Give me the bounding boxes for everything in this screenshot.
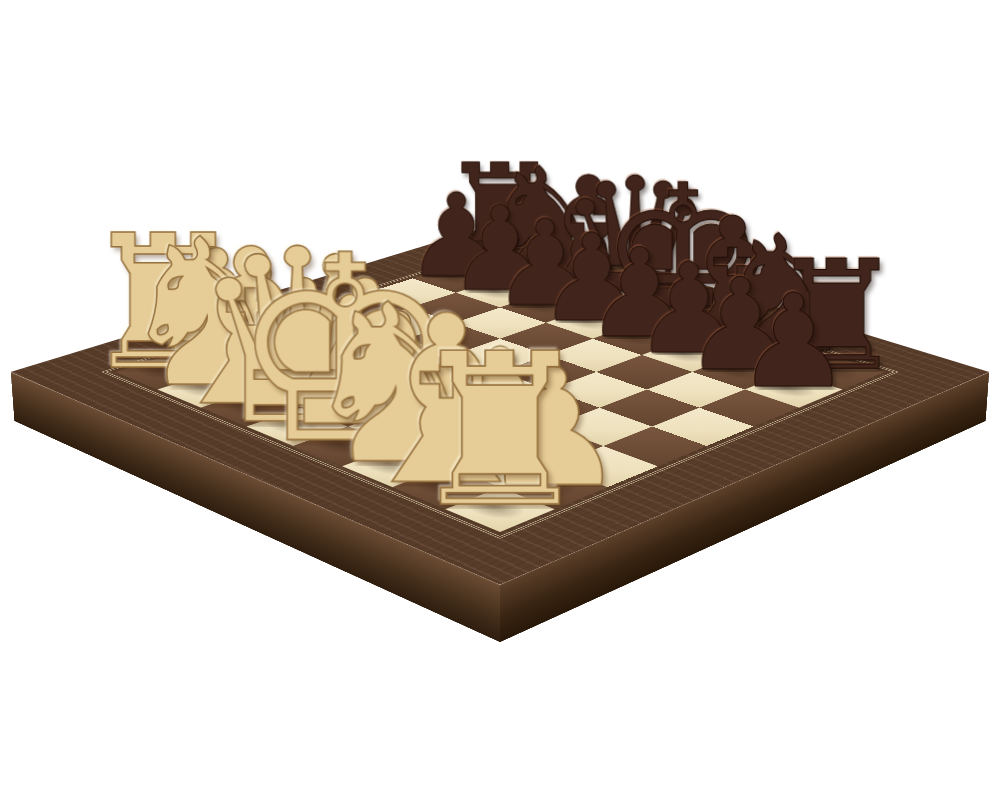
square-g6 [647, 372, 745, 408]
piece-black-rook: ♜ [424, 41, 576, 264]
square-g3 [500, 427, 603, 467]
board-surface: ♜♞♝♛♚♝♞♜♟♟♟♟♟♟♟♟♟♟♟♟♟♟♟♟♜♞♝♛♚♞♝♜ [11, 223, 990, 585]
square-c2: ♟ [255, 372, 353, 408]
piece-black-knight: ♞ [467, 52, 621, 279]
chess-board: ♜♞♝♛♚♝♞♜♟♟♟♟♟♟♟♟♟♟♟♟♟♟♟♟♜♞♝♛♚♞♝♜ [11, 223, 990, 585]
square-h4 [603, 427, 706, 467]
chess-set-photo: ♜♞♝♛♚♝♞♜♟♟♟♟♟♟♟♟♟♟♟♟♟♟♟♟♜♞♝♛♚♞♝♜ [0, 0, 1000, 800]
piece-black-pawn: ♟ [379, 52, 533, 279]
